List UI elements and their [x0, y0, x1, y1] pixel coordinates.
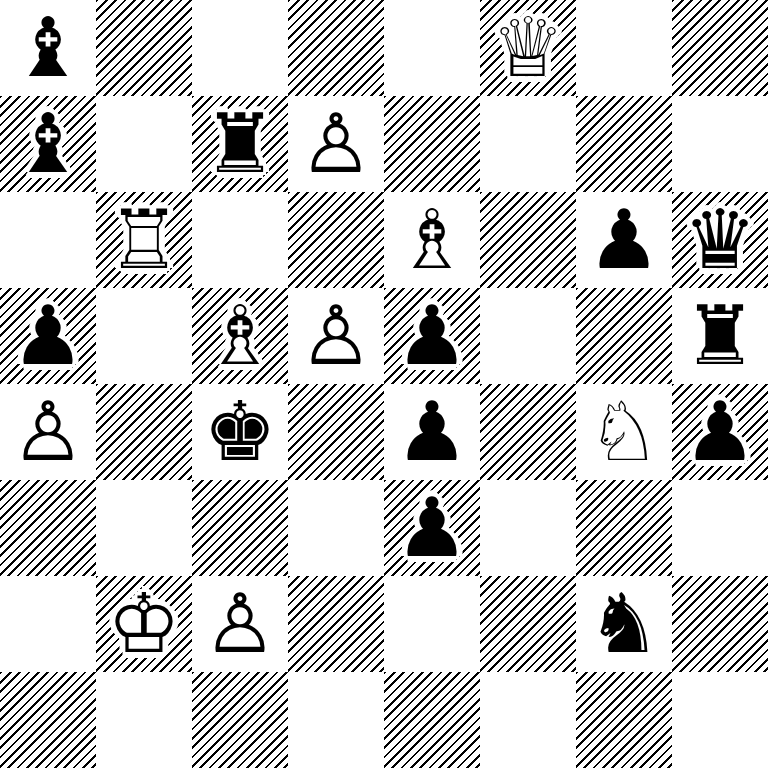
square-e3[interactable]: ♟♟: [384, 480, 480, 576]
square-c5[interactable]: ♝♗: [192, 288, 288, 384]
square-b4[interactable]: [96, 384, 192, 480]
square-f5[interactable]: [480, 288, 576, 384]
square-h4[interactable]: ♟♟: [672, 384, 768, 480]
piece-black-rook: ♜: [192, 96, 288, 192]
square-b1[interactable]: [96, 672, 192, 768]
square-b5[interactable]: [96, 288, 192, 384]
square-e5[interactable]: ♟♟: [384, 288, 480, 384]
square-f3[interactable]: [480, 480, 576, 576]
square-c3[interactable]: [192, 480, 288, 576]
square-g5[interactable]: [576, 288, 672, 384]
square-a2[interactable]: [0, 576, 96, 672]
square-g1[interactable]: [576, 672, 672, 768]
square-a3[interactable]: [0, 480, 96, 576]
square-e7[interactable]: [384, 96, 480, 192]
square-g2[interactable]: ♞♞: [576, 576, 672, 672]
piece-white-pawn: ♙: [288, 288, 384, 384]
square-d2[interactable]: [288, 576, 384, 672]
square-e8[interactable]: [384, 0, 480, 96]
square-f4[interactable]: [480, 384, 576, 480]
square-d7[interactable]: ♟♙: [288, 96, 384, 192]
piece-black-pawn: ♟: [576, 192, 672, 288]
square-e1[interactable]: [384, 672, 480, 768]
piece-white-pawn: ♙: [192, 576, 288, 672]
square-a1[interactable]: [0, 672, 96, 768]
chess-board: ♝♝♛♕♝♝♜♜♟♙♜♖♝♗♟♟♛♛♟♟♝♗♟♙♟♟♜♜♟♙♚♚♟♟♞♘♟♟♟♟…: [0, 0, 768, 768]
square-g3[interactable]: [576, 480, 672, 576]
square-f2[interactable]: [480, 576, 576, 672]
square-c2[interactable]: ♟♙: [192, 576, 288, 672]
piece-black-king: ♚: [192, 384, 288, 480]
piece-black-bishop: ♝: [0, 0, 96, 96]
piece-black-bishop: ♝: [0, 96, 96, 192]
square-b3[interactable]: [96, 480, 192, 576]
piece-white-queen: ♕: [480, 0, 576, 96]
square-b8[interactable]: [96, 0, 192, 96]
square-a4[interactable]: ♟♙: [0, 384, 96, 480]
square-d5[interactable]: ♟♙: [288, 288, 384, 384]
square-c6[interactable]: [192, 192, 288, 288]
piece-white-pawn: ♙: [288, 96, 384, 192]
square-a6[interactable]: [0, 192, 96, 288]
piece-white-bishop: ♗: [192, 288, 288, 384]
piece-black-pawn: ♟: [384, 288, 480, 384]
square-d3[interactable]: [288, 480, 384, 576]
square-d1[interactable]: [288, 672, 384, 768]
piece-black-rook: ♜: [672, 288, 768, 384]
square-f7[interactable]: [480, 96, 576, 192]
square-h5[interactable]: ♜♜: [672, 288, 768, 384]
square-c8[interactable]: [192, 0, 288, 96]
square-g7[interactable]: [576, 96, 672, 192]
square-f6[interactable]: [480, 192, 576, 288]
piece-black-pawn: ♟: [0, 288, 96, 384]
square-h1[interactable]: [672, 672, 768, 768]
square-g4[interactable]: ♞♘: [576, 384, 672, 480]
piece-black-pawn: ♟: [672, 384, 768, 480]
square-g6[interactable]: ♟♟: [576, 192, 672, 288]
square-h8[interactable]: [672, 0, 768, 96]
square-c4[interactable]: ♚♚: [192, 384, 288, 480]
piece-white-pawn: ♙: [0, 384, 96, 480]
piece-white-king: ♔: [96, 576, 192, 672]
square-b6[interactable]: ♜♖: [96, 192, 192, 288]
square-d4[interactable]: [288, 384, 384, 480]
square-f1[interactable]: [480, 672, 576, 768]
square-b2[interactable]: ♚♔: [96, 576, 192, 672]
square-h3[interactable]: [672, 480, 768, 576]
piece-white-rook: ♖: [96, 192, 192, 288]
square-h2[interactable]: [672, 576, 768, 672]
piece-white-knight: ♘: [576, 384, 672, 480]
square-e4[interactable]: ♟♟: [384, 384, 480, 480]
square-h7[interactable]: [672, 96, 768, 192]
square-f8[interactable]: ♛♕: [480, 0, 576, 96]
piece-black-knight: ♞: [576, 576, 672, 672]
square-h6[interactable]: ♛♛: [672, 192, 768, 288]
square-g8[interactable]: [576, 0, 672, 96]
square-a5[interactable]: ♟♟: [0, 288, 96, 384]
square-d8[interactable]: [288, 0, 384, 96]
square-e6[interactable]: ♝♗: [384, 192, 480, 288]
piece-black-pawn: ♟: [384, 384, 480, 480]
piece-black-pawn: ♟: [384, 480, 480, 576]
square-b7[interactable]: [96, 96, 192, 192]
square-a8[interactable]: ♝♝: [0, 0, 96, 96]
square-a7[interactable]: ♝♝: [0, 96, 96, 192]
square-e2[interactable]: [384, 576, 480, 672]
piece-white-bishop: ♗: [384, 192, 480, 288]
square-c7[interactable]: ♜♜: [192, 96, 288, 192]
square-c1[interactable]: [192, 672, 288, 768]
square-d6[interactable]: [288, 192, 384, 288]
piece-black-queen: ♛: [672, 192, 768, 288]
